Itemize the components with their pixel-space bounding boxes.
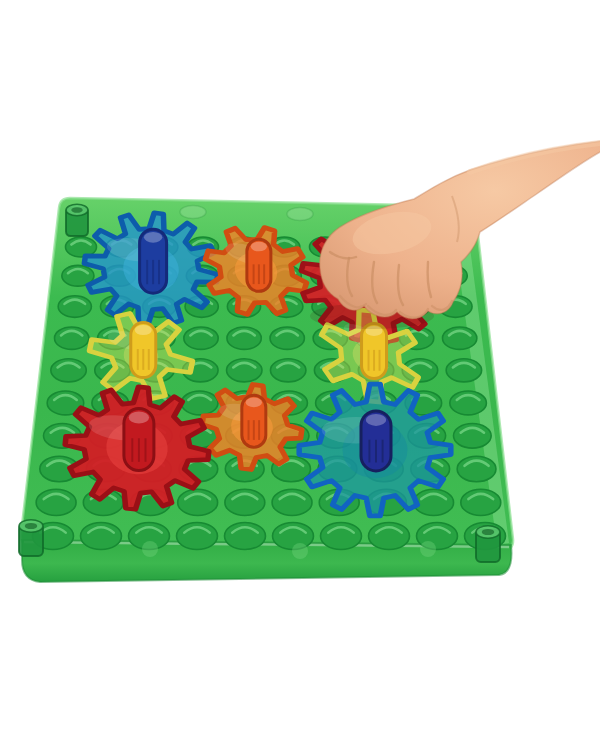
gear-toy-scene bbox=[0, 0, 600, 733]
gear-knob bbox=[247, 239, 271, 291]
rim-bump bbox=[287, 208, 313, 221]
corner-peg bbox=[19, 520, 43, 556]
gear-knob bbox=[362, 323, 387, 378]
mold-dot bbox=[142, 541, 158, 557]
mold-dot bbox=[292, 543, 308, 559]
gear-knob bbox=[242, 395, 266, 447]
mold-dot bbox=[420, 541, 436, 557]
rim-bump bbox=[180, 206, 206, 219]
gear-knob bbox=[361, 411, 391, 471]
gear-knob bbox=[131, 323, 156, 378]
product-photo bbox=[0, 0, 600, 733]
corner-peg bbox=[66, 204, 88, 236]
corner-peg bbox=[476, 526, 500, 562]
gear-knob bbox=[124, 409, 154, 471]
gear-knob bbox=[140, 229, 167, 293]
